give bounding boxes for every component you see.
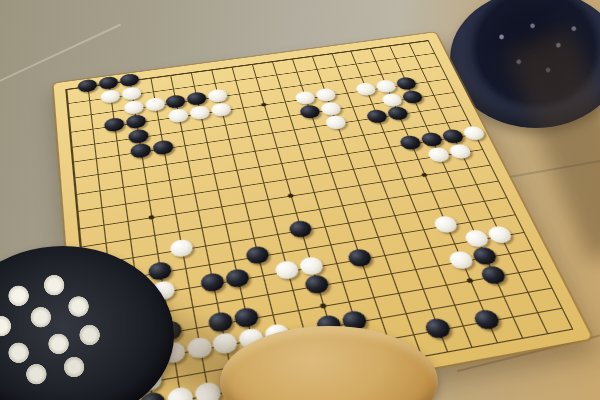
- white-stone: [293, 90, 316, 105]
- white-stone: [274, 259, 301, 280]
- black-stone: [401, 89, 425, 104]
- white-stone: [447, 143, 473, 160]
- black-stone: [471, 246, 500, 267]
- black-stone: [479, 265, 509, 286]
- black-stone: [151, 140, 174, 157]
- black-stone: [165, 94, 187, 109]
- table-edge-highlight: [0, 24, 121, 83]
- black-stone: [245, 245, 271, 265]
- black-stone: [98, 76, 119, 91]
- white-stone: [319, 101, 343, 116]
- star-point: [467, 278, 475, 284]
- star-point: [287, 193, 294, 198]
- black-stone: [77, 78, 98, 93]
- black-stone: [472, 308, 503, 331]
- black-stone: [147, 260, 172, 281]
- white-stone: [298, 255, 325, 276]
- white-stone: [168, 108, 190, 124]
- white-stone: [461, 125, 487, 141]
- white-stone: [324, 115, 348, 131]
- white-stone: [432, 214, 460, 233]
- black-stone: [287, 219, 313, 239]
- star-point: [261, 102, 267, 106]
- white-stone: [447, 250, 476, 271]
- white-stone: [121, 86, 142, 101]
- black-stone: [365, 109, 389, 125]
- black-stone: [129, 143, 152, 160]
- white-stone: [207, 88, 229, 103]
- black-stone: [422, 317, 452, 340]
- white-stone: [144, 97, 166, 112]
- white-stone: [189, 105, 211, 121]
- black-stone: [303, 274, 331, 296]
- black-stone: [386, 106, 410, 122]
- white-stone: [210, 102, 232, 117]
- white-stone: [380, 92, 404, 107]
- white-stone: [486, 224, 515, 244]
- black-stone: [125, 114, 147, 130]
- black-stone: [119, 73, 140, 88]
- black-stone: [200, 271, 226, 293]
- white-stone: [426, 146, 452, 163]
- black-stone: [440, 128, 466, 144]
- star-point: [320, 303, 327, 309]
- black-stone: [233, 306, 261, 329]
- star-point: [148, 215, 154, 220]
- black-stone: [398, 135, 423, 152]
- black-stone: [208, 311, 235, 334]
- black-stone: [103, 117, 125, 133]
- black-stone: [225, 267, 252, 288]
- black-stone: [346, 247, 374, 268]
- black-stone: [419, 131, 444, 147]
- white-stone: [375, 79, 399, 94]
- white-stone: [123, 100, 144, 115]
- black-stone: [127, 128, 149, 144]
- white-stone: [100, 89, 121, 104]
- white-stone: [314, 87, 337, 102]
- black-stone: [186, 91, 208, 106]
- white-stone: [463, 228, 491, 248]
- white-stone: [168, 238, 193, 258]
- table-surface: { "game": "go", "board": { "size": 19, "…: [0, 0, 600, 400]
- white-stone: [355, 82, 378, 97]
- black-stone: [298, 104, 321, 120]
- star-point: [421, 173, 428, 178]
- black-stone: [395, 76, 419, 91]
